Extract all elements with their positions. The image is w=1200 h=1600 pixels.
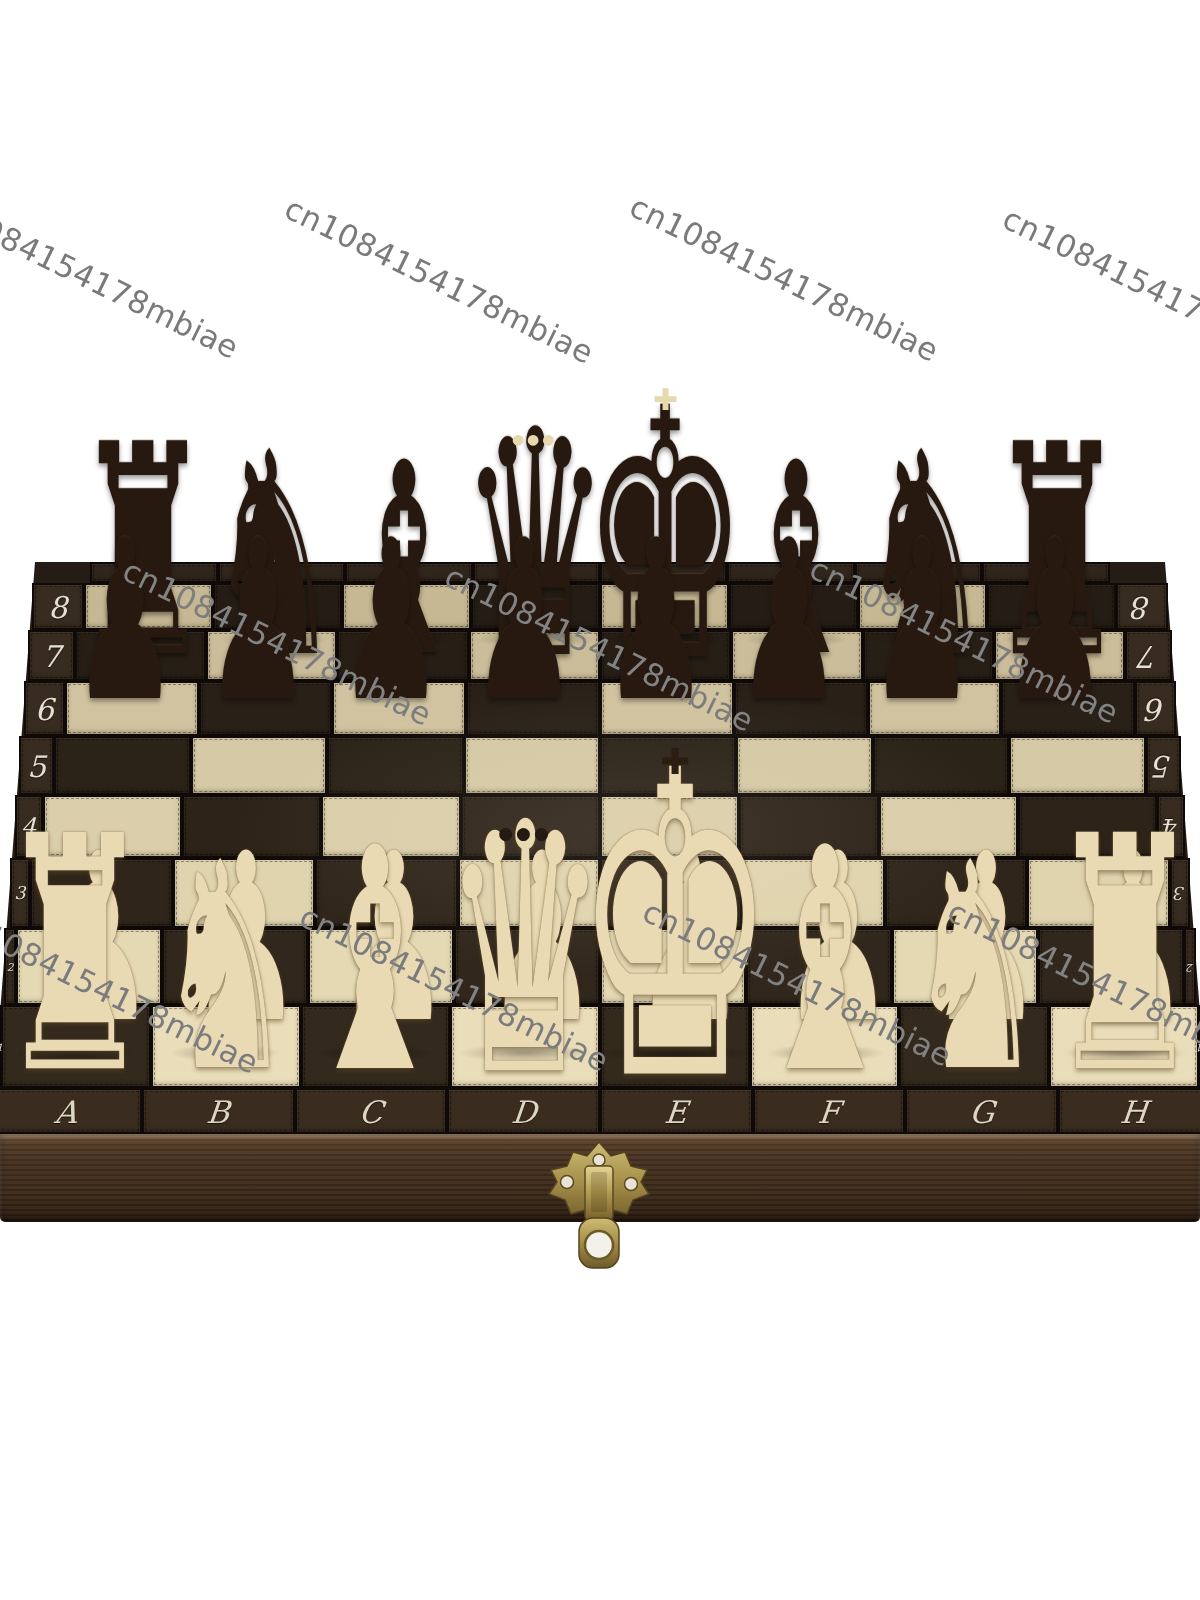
- rank-label-right-8: 8: [1133, 589, 1152, 624]
- clasp-screw-hole: [625, 1178, 638, 1191]
- watermark-text: cn1084154178mbiae: [279, 190, 599, 371]
- chess-piece-white-knight: ♞: [906, 825, 1044, 1111]
- rank-label-right-6: 6: [1146, 691, 1165, 726]
- king-cross-finial: ✚: [660, 744, 690, 780]
- product-photo-stage: 8877665544332211ABCDEFGH♜♞♝♛●●●♚✚♝♞♜♟♟♟♟…: [0, 0, 1200, 1600]
- chess-piece-black-pawn: ♟: [72, 511, 179, 732]
- rank-label-left-7: 7: [42, 638, 61, 673]
- clasp-pendant-hole: [585, 1231, 613, 1259]
- watermark-text: cn1084154178mbiae: [0, 185, 245, 366]
- queen-ball-finials: ●●●: [498, 824, 552, 841]
- queen-ball-finials: ●●●: [512, 432, 558, 446]
- king-cross-finial: ✚: [653, 385, 678, 415]
- watermark-text: cn1084154178mbiae: [997, 200, 1200, 381]
- clasp-screw-hole: [561, 1176, 574, 1189]
- rank-label-left-6: 6: [35, 691, 54, 726]
- rank-label-right-7: 7: [1139, 638, 1158, 673]
- rank-label-left-8: 8: [48, 589, 67, 624]
